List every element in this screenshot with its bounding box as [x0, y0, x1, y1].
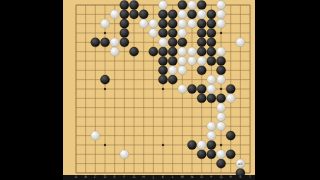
black-stone[interactable]: [217, 56, 226, 65]
black-stone[interactable]: [158, 28, 167, 37]
white-stone[interactable]: [187, 19, 196, 28]
black-stone[interactable]: [168, 47, 177, 56]
black-stone[interactable]: [168, 75, 177, 84]
white-stone[interactable]: [217, 103, 226, 112]
white-stone[interactable]: [168, 66, 177, 75]
white-stone[interactable]: [207, 131, 216, 140]
white-stone[interactable]: [217, 112, 226, 121]
white-stone[interactable]: [217, 10, 226, 19]
white-stone[interactable]: [158, 38, 167, 47]
black-stone[interactable]: [100, 75, 109, 84]
black-stone[interactable]: [197, 19, 206, 28]
black-stone[interactable]: [120, 38, 129, 47]
black-stone[interactable]: [207, 10, 216, 19]
white-stone[interactable]: [197, 56, 206, 65]
black-stone[interactable]: [207, 140, 216, 149]
black-stone[interactable]: [120, 10, 129, 19]
black-stone[interactable]: [139, 10, 148, 19]
black-stone[interactable]: [187, 84, 196, 93]
white-stone[interactable]: [187, 47, 196, 56]
black-stone[interactable]: [129, 47, 138, 56]
white-stone[interactable]: [217, 150, 226, 159]
white-stone[interactable]: [178, 56, 187, 65]
coordinate-letter: L: [172, 175, 174, 180]
white-stone[interactable]: [217, 0, 226, 9]
black-stone[interactable]: [207, 28, 216, 37]
go-board[interactable]: w3 ABCDEFGHJKLMNOPQRST: [63, 0, 255, 180]
coordinate-letter: Q: [220, 175, 223, 180]
coordinate-letter: A: [75, 175, 77, 180]
coordinate-letter: K: [162, 175, 164, 180]
white-stone[interactable]: [226, 94, 235, 103]
black-stone[interactable]: [197, 66, 206, 75]
black-stone[interactable]: [197, 47, 206, 56]
black-stone[interactable]: [120, 28, 129, 37]
black-stone[interactable]: [120, 19, 129, 28]
white-stone[interactable]: [178, 47, 187, 56]
coordinate-letter: P: [210, 175, 212, 180]
black-stone[interactable]: [168, 19, 177, 28]
black-stone[interactable]: [158, 47, 167, 56]
black-stone[interactable]: [197, 38, 206, 47]
white-stone[interactable]: [139, 19, 148, 28]
black-stone[interactable]: [168, 10, 177, 19]
coordinate-letter: E: [114, 175, 116, 180]
black-stone[interactable]: [217, 66, 226, 75]
black-stone[interactable]: [207, 150, 216, 159]
black-stone[interactable]: [197, 150, 206, 159]
black-stone[interactable]: [226, 150, 235, 159]
coordinate-letter: T: [249, 175, 251, 180]
black-stone[interactable]: [100, 38, 109, 47]
black-stone[interactable]: [178, 38, 187, 47]
white-stone[interactable]: [149, 19, 158, 28]
black-stone[interactable]: [91, 38, 100, 47]
white-stone[interactable]: [217, 47, 226, 56]
coordinate-letter: S: [239, 175, 241, 180]
coordinate-letter: B: [84, 175, 86, 180]
white-stone[interactable]: [217, 122, 226, 131]
white-stone[interactable]: [178, 84, 187, 93]
black-stone[interactable]: [158, 56, 167, 65]
black-stone[interactable]: [158, 66, 167, 75]
white-stone[interactable]: [178, 66, 187, 75]
black-stone[interactable]: [120, 0, 129, 9]
white-stone[interactable]: [110, 10, 119, 19]
white-stone[interactable]: [158, 0, 167, 9]
black-stone[interactable]: [168, 28, 177, 37]
black-stone[interactable]: [207, 19, 216, 28]
white-stone[interactable]: [217, 19, 226, 28]
white-stone[interactable]: [110, 38, 119, 47]
coordinate-letter: F: [123, 175, 125, 180]
black-stone[interactable]: [197, 0, 206, 9]
screen: w3 ABCDEFGHJKLMNOPQRST: [0, 0, 320, 180]
black-stone[interactable]: [158, 19, 167, 28]
white-stone[interactable]: [178, 28, 187, 37]
white-stone[interactable]: [91, 131, 100, 140]
black-stone[interactable]: [207, 94, 216, 103]
white-stone[interactable]: [187, 56, 196, 65]
white-stone[interactable]: [149, 28, 158, 37]
coordinate-letter: M: [181, 175, 184, 180]
white-stone[interactable]: [207, 84, 216, 93]
white-stone[interactable]: [197, 140, 206, 149]
black-stone[interactable]: [187, 10, 196, 19]
coordinate-strip: ABCDEFGHJKLMNOPQRST: [63, 175, 255, 180]
coordinate-letter: D: [104, 175, 107, 180]
black-stone[interactable]: [168, 38, 177, 47]
black-stone[interactable]: [217, 159, 226, 168]
black-stone[interactable]: [149, 47, 158, 56]
white-stone[interactable]: [187, 0, 196, 9]
black-stone[interactable]: [187, 140, 196, 149]
black-stone[interactable]: [197, 84, 206, 93]
white-stone[interactable]: [207, 122, 216, 131]
white-stone[interactable]: [120, 150, 129, 159]
white-stone[interactable]: [178, 19, 187, 28]
black-stone[interactable]: [129, 10, 138, 19]
black-stone[interactable]: [207, 56, 216, 65]
white-stone[interactable]: [100, 19, 109, 28]
white-stone[interactable]: [110, 47, 119, 56]
black-stone[interactable]: [197, 94, 206, 103]
black-stone[interactable]: [168, 56, 177, 65]
coordinate-letter: R: [230, 175, 232, 180]
black-stone[interactable]: [129, 0, 138, 9]
black-stone[interactable]: [226, 84, 235, 93]
black-stone[interactable]: [178, 0, 187, 9]
black-stone[interactable]: [197, 28, 206, 37]
coordinate-letter: N: [191, 175, 194, 180]
move-annotation: w3: [238, 162, 243, 166]
white-stone[interactable]: [178, 10, 187, 19]
white-stone[interactable]: [207, 75, 216, 84]
white-stone[interactable]: [197, 10, 206, 19]
coordinate-letter: C: [94, 175, 96, 180]
black-stone[interactable]: [158, 10, 167, 19]
black-stone[interactable]: [217, 94, 226, 103]
black-stone[interactable]: [226, 131, 235, 140]
coordinate-letter: O: [200, 175, 203, 180]
black-stone[interactable]: [158, 75, 167, 84]
coordinate-letter: H: [142, 175, 145, 180]
white-stone[interactable]: [217, 75, 226, 84]
black-stone[interactable]: [207, 47, 216, 56]
coordinate-letter: J: [153, 175, 154, 180]
white-stone[interactable]: [236, 38, 245, 47]
black-stone[interactable]: [207, 38, 216, 47]
coordinate-letter: G: [133, 175, 136, 180]
